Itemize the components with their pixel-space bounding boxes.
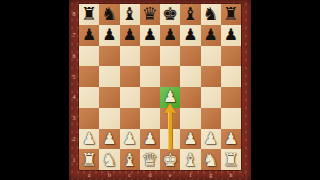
white-pawn[interactable]: ♟ (122, 129, 136, 149)
black-knight[interactable]: ♞ (203, 4, 219, 24)
square-b6[interactable] (99, 46, 119, 67)
white-rook[interactable]: ♜ (223, 150, 239, 170)
white-pawn[interactable]: ♟ (102, 129, 116, 149)
white-king[interactable]: ♚ (162, 150, 178, 170)
square-d4[interactable] (140, 87, 160, 108)
black-pawn[interactable]: ♟ (143, 25, 157, 45)
black-pawn[interactable]: ♟ (203, 25, 217, 45)
square-a4[interactable] (79, 87, 99, 108)
square-e8[interactable]: ♚ (160, 4, 180, 25)
file-label-d: d (140, 170, 160, 180)
square-e1[interactable]: ♚ (160, 149, 180, 170)
white-bishop[interactable]: ♝ (122, 150, 138, 170)
white-pawn[interactable]: ♟ (143, 129, 157, 149)
letterbox-left (0, 0, 69, 180)
square-g6[interactable] (201, 46, 221, 67)
black-bishop[interactable]: ♝ (122, 4, 138, 24)
square-b5[interactable] (99, 66, 119, 87)
square-f1[interactable]: ♝ (180, 149, 200, 170)
square-g4[interactable] (201, 87, 221, 108)
square-c6[interactable] (120, 46, 140, 67)
file-label-a: a (79, 170, 99, 180)
square-d8[interactable]: ♛ (140, 4, 160, 25)
file-labels: abcdefgh (79, 170, 241, 180)
black-pawn[interactable]: ♟ (163, 25, 177, 45)
file-label-b: b (99, 170, 119, 180)
square-h2[interactable]: ♟ (221, 129, 241, 150)
black-pawn[interactable]: ♟ (82, 25, 96, 45)
square-g7[interactable]: ♟ (201, 25, 221, 46)
square-a7[interactable]: ♟ (79, 25, 99, 46)
square-d7[interactable]: ♟ (140, 25, 160, 46)
file-label-e: e (160, 170, 180, 180)
file-label-h: h (221, 170, 241, 180)
rank-label-6: 6 (69, 46, 79, 67)
square-g3[interactable] (201, 108, 221, 129)
rank-label-1: 1 (69, 149, 79, 170)
black-king[interactable]: ♚ (162, 4, 178, 24)
video-frame: 87654321 abcdefgh ♜♞♝♛♚♝♞♜♟♟♟♟♟♟♟♟♟♟♟♟♟♟… (0, 0, 320, 180)
letterbox-right (251, 0, 320, 180)
square-e4[interactable]: ♟ (160, 87, 180, 108)
square-d2[interactable]: ♟ (140, 129, 160, 150)
square-h8[interactable]: ♜ (221, 4, 241, 25)
square-b8[interactable]: ♞ (99, 4, 119, 25)
square-d6[interactable] (140, 46, 160, 67)
rank-label-4: 4 (69, 87, 79, 108)
square-a6[interactable] (79, 46, 99, 67)
square-e5[interactable] (160, 66, 180, 87)
square-c7[interactable]: ♟ (120, 25, 140, 46)
square-g8[interactable]: ♞ (201, 4, 221, 25)
square-g5[interactable] (201, 66, 221, 87)
rank-labels: 87654321 (69, 4, 79, 170)
square-a2[interactable]: ♟ (79, 129, 99, 150)
square-d5[interactable] (140, 66, 160, 87)
square-f8[interactable]: ♝ (180, 4, 200, 25)
square-f4[interactable] (180, 87, 200, 108)
square-c1[interactable]: ♝ (120, 149, 140, 170)
rank-label-8: 8 (69, 4, 79, 25)
square-c3[interactable] (120, 108, 140, 129)
black-queen[interactable]: ♛ (142, 4, 158, 24)
square-g1[interactable]: ♞ (201, 149, 221, 170)
square-a8[interactable]: ♜ (79, 4, 99, 25)
file-label-f: f (180, 170, 200, 180)
rank-label-3: 3 (69, 108, 79, 129)
rank-label-5: 5 (69, 66, 79, 87)
black-pawn[interactable]: ♟ (224, 25, 238, 45)
square-h1[interactable]: ♜ (221, 149, 241, 170)
square-c4[interactable] (120, 87, 140, 108)
file-label-c: c (120, 170, 140, 180)
square-b4[interactable] (99, 87, 119, 108)
black-pawn[interactable]: ♟ (122, 25, 136, 45)
square-g2[interactable]: ♟ (201, 129, 221, 150)
square-a3[interactable] (79, 108, 99, 129)
white-bishop[interactable]: ♝ (182, 150, 198, 170)
white-pawn[interactable]: ♟ (224, 129, 238, 149)
square-d1[interactable]: ♛ (140, 149, 160, 170)
square-h5[interactable] (221, 66, 241, 87)
square-b7[interactable]: ♟ (99, 25, 119, 46)
square-b2[interactable]: ♟ (99, 129, 119, 150)
square-f6[interactable] (180, 46, 200, 67)
rank-label-2: 2 (69, 129, 79, 150)
black-bishop[interactable]: ♝ (182, 4, 198, 24)
black-knight[interactable]: ♞ (101, 4, 117, 24)
square-c2[interactable]: ♟ (120, 129, 140, 150)
square-f3[interactable] (180, 108, 200, 129)
white-queen[interactable]: ♛ (142, 150, 158, 170)
square-h3[interactable] (221, 108, 241, 129)
black-pawn[interactable]: ♟ (183, 25, 197, 45)
square-h4[interactable] (221, 87, 241, 108)
file-label-g: g (201, 170, 221, 180)
square-f7[interactable]: ♟ (180, 25, 200, 46)
white-pawn[interactable]: ♟ (82, 129, 96, 149)
square-f2[interactable]: ♟ (180, 129, 200, 150)
white-knight[interactable]: ♞ (101, 150, 117, 170)
square-e2[interactable] (160, 129, 180, 150)
board-squares: ♜♞♝♛♚♝♞♜♟♟♟♟♟♟♟♟♟♟♟♟♟♟♟♟♜♞♝♛♚♝♞♜ (79, 4, 241, 170)
white-knight[interactable]: ♞ (203, 150, 219, 170)
rank-label-7: 7 (69, 25, 79, 46)
square-b1[interactable]: ♞ (99, 149, 119, 170)
white-pawn[interactable]: ♟ (203, 129, 217, 149)
square-d3[interactable] (140, 108, 160, 129)
square-e7[interactable]: ♟ (160, 25, 180, 46)
chess-board: 87654321 abcdefgh ♜♞♝♛♚♝♞♜♟♟♟♟♟♟♟♟♟♟♟♟♟♟… (69, 0, 251, 180)
square-e6[interactable] (160, 46, 180, 67)
square-b3[interactable] (99, 108, 119, 129)
white-rook[interactable]: ♜ (81, 150, 97, 170)
square-h7[interactable]: ♟ (221, 25, 241, 46)
square-e3[interactable] (160, 108, 180, 129)
square-a5[interactable] (79, 66, 99, 87)
square-a1[interactable]: ♜ (79, 149, 99, 170)
black-pawn[interactable]: ♟ (102, 25, 116, 45)
square-c8[interactable]: ♝ (120, 4, 140, 25)
white-pawn[interactable]: ♟ (183, 129, 197, 149)
square-f5[interactable] (180, 66, 200, 87)
square-c5[interactable] (120, 66, 140, 87)
black-rook[interactable]: ♜ (223, 4, 239, 24)
black-rook[interactable]: ♜ (81, 4, 97, 24)
white-pawn[interactable]: ♟ (163, 87, 177, 107)
square-h6[interactable] (221, 46, 241, 67)
